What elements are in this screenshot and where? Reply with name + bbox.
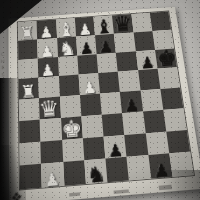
square-c3: ♚ (61, 116, 83, 139)
square-g8 (152, 29, 174, 49)
square-a6 (127, 155, 151, 180)
square-f3 (58, 55, 79, 76)
piece-wP-a2: ♟ (41, 171, 64, 190)
square-h8 (150, 11, 171, 30)
square-b7 (145, 131, 169, 155)
square-e4: ♟ (78, 73, 100, 95)
square-d8 (160, 87, 183, 109)
square-c1 (19, 119, 40, 143)
square-h2: ♟ (37, 19, 57, 39)
square-e3 (58, 75, 79, 97)
square-e7 (138, 69, 160, 91)
square-d6: ♟ (120, 90, 143, 112)
piece-bP-a7: ♟ (150, 162, 173, 181)
square-h6: ♛ (112, 14, 133, 33)
square-b1 (19, 141, 41, 166)
square-b3 (62, 138, 85, 162)
square-a1 (20, 164, 42, 189)
square-e1: ♜ (19, 78, 40, 100)
square-a2: ♟ (41, 162, 64, 187)
square-e6 (118, 70, 140, 92)
board-edge-label: CHESS (0, 51, 6, 85)
square-d4 (80, 94, 102, 117)
square-e5 (98, 72, 120, 94)
chess-board: ♜♟♝♟♝♛♟♞♟♟♟♟♚♜♟♛♟♚♟♟♞♟ ❖ CHESS (8, 7, 200, 200)
square-d5 (100, 92, 122, 114)
square-c8 (163, 108, 187, 131)
border-marking (159, 185, 172, 191)
square-f4 (77, 54, 98, 75)
piece-wQ-d2: ♛ (38, 97, 60, 121)
square-c5 (102, 113, 125, 136)
square-b2 (41, 140, 63, 164)
square-d1 (19, 98, 40, 121)
square-g4: ♟ (76, 35, 97, 55)
square-h4: ♟ (75, 17, 95, 37)
square-f8: ♚ (155, 48, 177, 69)
square-g5: ♟ (95, 34, 116, 54)
border-marking (114, 189, 129, 194)
square-f2: ♟ (38, 57, 59, 78)
square-b8 (166, 130, 190, 154)
square-d7 (140, 89, 163, 111)
square-a3 (63, 160, 86, 185)
square-c7 (143, 110, 166, 133)
square-c2 (40, 118, 62, 142)
square-b6 (124, 133, 148, 157)
border-marking (69, 192, 80, 196)
square-d3 (59, 95, 81, 118)
square-f1 (18, 58, 38, 79)
board-grid: ♜♟♝♟♝♛♟♞♟♟♟♟♚♜♟♛♟♚♟♟♞♟ (18, 11, 194, 189)
piece-bN-a4: ♞ (84, 163, 107, 186)
square-b5: ♟ (104, 135, 127, 159)
square-h3: ♝ (56, 18, 76, 38)
square-e8 (157, 67, 180, 89)
square-c6 (122, 111, 145, 134)
square-g7 (133, 31, 155, 51)
square-f7: ♟ (135, 50, 157, 71)
square-f5 (97, 52, 118, 73)
square-e2 (39, 76, 60, 98)
square-h1: ♜ (18, 21, 38, 41)
square-g1 (18, 39, 38, 59)
square-d2: ♛ (39, 97, 60, 120)
square-c4 (81, 114, 103, 137)
square-g2: ♟ (37, 38, 57, 58)
square-h5: ♝ (93, 15, 114, 35)
square-b4 (83, 136, 106, 160)
square-f6 (116, 51, 138, 72)
square-a8 (169, 152, 194, 177)
square-g6 (114, 32, 135, 52)
square-h7 (131, 13, 152, 32)
square-a4: ♞ (84, 159, 107, 184)
photo-frame: ♜♟♝♟♝♛♟♞♟♟♟♟♚♜♟♛♟♚♟♟♞♟ ❖ CHESS (0, 0, 200, 200)
square-a5 (105, 157, 129, 182)
square-g3: ♞ (57, 36, 77, 56)
board-crest-icon: ❖ (7, 187, 26, 200)
